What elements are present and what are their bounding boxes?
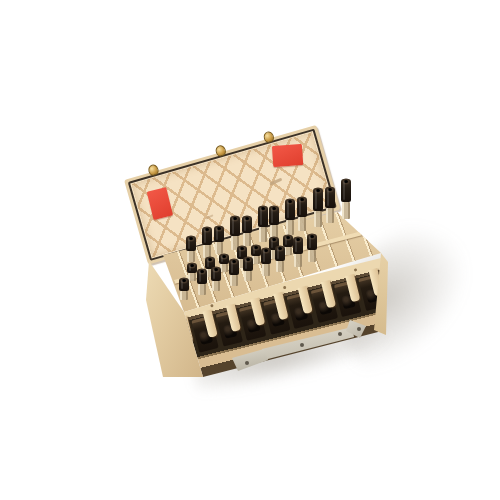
bottle-glass bbox=[188, 273, 196, 281]
cap-highlight bbox=[327, 189, 329, 206]
bottle-glass bbox=[286, 220, 294, 235]
bottle-glass bbox=[215, 242, 223, 254]
bottle-glass bbox=[187, 251, 195, 262]
bottle bbox=[293, 237, 303, 267]
bottle-glass bbox=[230, 275, 238, 286]
bottle-cap bbox=[229, 259, 239, 275]
bottle-cap bbox=[307, 234, 317, 250]
bottle-glass bbox=[198, 284, 206, 295]
bottle-cap bbox=[197, 269, 207, 284]
bottle-cap bbox=[186, 236, 196, 251]
bottle bbox=[269, 206, 279, 239]
bottle-glass bbox=[212, 281, 220, 291]
cap-highlight bbox=[213, 269, 215, 279]
bottle bbox=[179, 278, 189, 300]
cap-highlight bbox=[181, 280, 183, 289]
bottle-glass bbox=[243, 233, 251, 246]
cap-highlight bbox=[199, 271, 201, 282]
cap-highlight bbox=[204, 229, 206, 243]
bottle-cap bbox=[258, 206, 268, 227]
cap-highlight bbox=[271, 208, 273, 223]
bottle-glass bbox=[252, 256, 260, 264]
rim-screw-dot bbox=[210, 304, 214, 308]
bottle-glass bbox=[308, 250, 316, 262]
cap-highlight bbox=[287, 201, 289, 218]
bottle-glass bbox=[284, 247, 292, 255]
cap-highlight bbox=[253, 247, 255, 254]
cap-highlight bbox=[188, 238, 190, 249]
bracket-screw-hole bbox=[245, 361, 249, 365]
cap-highlight bbox=[277, 248, 279, 259]
bottle-cap bbox=[187, 263, 197, 273]
cap-highlight bbox=[285, 237, 287, 245]
bottle-cap bbox=[275, 246, 285, 261]
bottle-cap bbox=[211, 267, 221, 281]
bottle-cap bbox=[285, 199, 295, 220]
bottle bbox=[202, 227, 212, 258]
bottle-glass bbox=[244, 271, 252, 281]
bottle-glass bbox=[276, 261, 284, 272]
bottle-glass bbox=[294, 254, 302, 267]
cap-highlight bbox=[315, 190, 317, 209]
bottle bbox=[307, 234, 317, 262]
cap-highlight bbox=[231, 261, 233, 273]
bottle bbox=[211, 267, 221, 291]
cap-highlight bbox=[299, 199, 301, 215]
cap-highlight bbox=[260, 208, 262, 225]
bottle bbox=[229, 259, 239, 286]
bottle bbox=[325, 187, 335, 223]
bottle bbox=[258, 206, 268, 242]
cap-highlight bbox=[207, 259, 209, 267]
product-photo-scene bbox=[0, 0, 500, 500]
cap-highlight bbox=[239, 248, 241, 257]
bottle bbox=[313, 188, 323, 227]
bottle bbox=[214, 226, 224, 254]
bottle-glass bbox=[314, 211, 322, 227]
bottle-cap bbox=[219, 254, 229, 264]
bottle-glass bbox=[326, 208, 334, 223]
bottle-cap bbox=[243, 257, 253, 271]
bracket-screw-hole bbox=[338, 332, 342, 336]
bracket-screw-hole bbox=[300, 343, 304, 347]
cap-highlight bbox=[244, 218, 246, 231]
bottle-cap bbox=[297, 197, 307, 217]
bottle-cap bbox=[293, 237, 303, 254]
cap-highlight bbox=[221, 256, 223, 262]
bottle-cap bbox=[214, 226, 224, 242]
bottle bbox=[197, 269, 207, 295]
cap-hole bbox=[272, 207, 276, 210]
red-label-right bbox=[272, 144, 303, 167]
cap-highlight bbox=[271, 239, 273, 248]
mold-mark bbox=[269, 178, 282, 186]
bottle-glass bbox=[259, 227, 267, 242]
bottle-cap bbox=[242, 216, 252, 233]
bottle-cap bbox=[325, 187, 335, 208]
bottle-cap bbox=[341, 179, 351, 202]
bottle-cap bbox=[230, 216, 240, 236]
cap-highlight bbox=[189, 265, 191, 271]
cap-highlight bbox=[232, 218, 234, 234]
mold-mark-small bbox=[205, 214, 213, 219]
rim-screw-dot bbox=[354, 268, 358, 272]
bottle bbox=[297, 197, 307, 231]
bottle bbox=[242, 216, 252, 246]
cap-highlight bbox=[216, 228, 218, 240]
bottle bbox=[261, 248, 271, 276]
red-label-left bbox=[147, 187, 173, 220]
bottle-cap bbox=[251, 245, 261, 256]
bottle-cap bbox=[202, 227, 212, 245]
bottle-glass bbox=[262, 264, 270, 276]
cap-highlight bbox=[343, 181, 345, 200]
rim-screw-dot bbox=[283, 286, 287, 290]
cap-highlight bbox=[263, 250, 265, 262]
bottle-cap bbox=[269, 206, 279, 225]
bottle-cap bbox=[313, 188, 323, 211]
bottle-glass bbox=[220, 264, 228, 272]
bottle-cap bbox=[179, 278, 189, 291]
cap-highlight bbox=[295, 239, 297, 252]
bracket-screw-hole bbox=[357, 327, 361, 331]
bottle bbox=[186, 236, 196, 262]
bottle-cap bbox=[261, 248, 271, 264]
bottle-glass bbox=[180, 291, 188, 300]
bottle-glass bbox=[342, 202, 350, 219]
bottle bbox=[275, 246, 285, 272]
cap-highlight bbox=[309, 236, 311, 248]
bottle bbox=[243, 257, 253, 281]
bottle bbox=[285, 199, 295, 235]
cap-highlight bbox=[245, 259, 247, 269]
bottle-glass bbox=[298, 217, 306, 231]
bottle bbox=[341, 179, 351, 219]
